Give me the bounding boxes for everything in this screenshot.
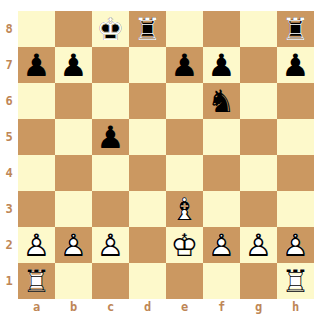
board: ♚♔♜♖♜♖♟♟♟♟♟♞♟♝♗♟♙♟♙♟♙♚♔♟♙♟♙♟♙♜♖♜♖ <box>18 11 314 299</box>
white-pawn-c2[interactable]: ♟♙ <box>92 227 129 263</box>
black-pawn-c5[interactable]: ♟ <box>92 119 129 155</box>
square-h4[interactable] <box>277 155 314 191</box>
black-pawn-h7[interactable]: ♟ <box>277 47 314 83</box>
black-pawn-glyph: ♟ <box>277 47 314 83</box>
square-h3[interactable] <box>277 191 314 227</box>
white-pawn-outline: ♙ <box>203 227 240 263</box>
square-d6[interactable] <box>129 83 166 119</box>
white-pawn-outline: ♙ <box>18 227 55 263</box>
white-king-outline: ♔ <box>166 227 203 263</box>
file-labels: abcdefgh <box>18 298 314 316</box>
black-pawn-f7[interactable]: ♟ <box>203 47 240 83</box>
black-pawn-a7[interactable]: ♟ <box>18 47 55 83</box>
white-pawn-outline: ♙ <box>240 227 277 263</box>
square-c7[interactable] <box>92 47 129 83</box>
black-knight-glyph: ♞ <box>203 83 240 119</box>
file-label-g: g <box>240 298 277 316</box>
file-label-h: h <box>277 298 314 316</box>
square-c4[interactable] <box>92 155 129 191</box>
square-d5[interactable] <box>129 119 166 155</box>
rank-label-7: 7 <box>0 47 18 83</box>
black-pawn-e7[interactable]: ♟ <box>166 47 203 83</box>
square-b2[interactable]: ♟♙ <box>55 227 92 263</box>
square-b4[interactable] <box>55 155 92 191</box>
black-king-outline: ♔ <box>92 11 129 47</box>
square-b6[interactable] <box>55 83 92 119</box>
square-e7[interactable]: ♟ <box>166 47 203 83</box>
rank-label-8: 8 <box>0 11 18 47</box>
white-pawn-g2[interactable]: ♟♙ <box>240 227 277 263</box>
rank-labels: 87654321 <box>0 11 18 299</box>
square-e1[interactable] <box>166 263 203 299</box>
square-e8[interactable] <box>166 11 203 47</box>
square-d4[interactable] <box>129 155 166 191</box>
square-f6[interactable]: ♞ <box>203 83 240 119</box>
black-pawn-glyph: ♟ <box>18 47 55 83</box>
square-g6[interactable] <box>240 83 277 119</box>
rank-label-6: 6 <box>0 83 18 119</box>
square-c6[interactable] <box>92 83 129 119</box>
black-rook-d8[interactable]: ♜♖ <box>129 11 166 47</box>
square-c1[interactable] <box>92 263 129 299</box>
rank-label-4: 4 <box>0 155 18 191</box>
square-h5[interactable] <box>277 119 314 155</box>
square-g2[interactable]: ♟♙ <box>240 227 277 263</box>
square-d8[interactable]: ♜♖ <box>129 11 166 47</box>
square-h2[interactable]: ♟♙ <box>277 227 314 263</box>
square-a4[interactable] <box>18 155 55 191</box>
square-f4[interactable] <box>203 155 240 191</box>
file-label-c: c <box>92 298 129 316</box>
square-f5[interactable] <box>203 119 240 155</box>
file-label-f: f <box>203 298 240 316</box>
square-a7[interactable]: ♟ <box>18 47 55 83</box>
black-pawn-glyph: ♟ <box>55 47 92 83</box>
white-bishop-e3[interactable]: ♝♗ <box>166 191 203 227</box>
square-g3[interactable] <box>240 191 277 227</box>
square-e2[interactable]: ♚♔ <box>166 227 203 263</box>
square-f1[interactable] <box>203 263 240 299</box>
square-a1[interactable]: ♜♖ <box>18 263 55 299</box>
square-c2[interactable]: ♟♙ <box>92 227 129 263</box>
square-a2[interactable]: ♟♙ <box>18 227 55 263</box>
square-e4[interactable] <box>166 155 203 191</box>
file-label-d: d <box>129 298 166 316</box>
white-rook-a1[interactable]: ♜♖ <box>18 263 55 299</box>
square-h7[interactable]: ♟ <box>277 47 314 83</box>
square-a5[interactable] <box>18 119 55 155</box>
white-pawn-outline: ♙ <box>92 227 129 263</box>
square-g4[interactable] <box>240 155 277 191</box>
rank-label-2: 2 <box>0 227 18 263</box>
white-pawn-a2[interactable]: ♟♙ <box>18 227 55 263</box>
white-pawn-h2[interactable]: ♟♙ <box>277 227 314 263</box>
white-pawn-b2[interactable]: ♟♙ <box>55 227 92 263</box>
square-h6[interactable] <box>277 83 314 119</box>
black-rook-outline: ♖ <box>129 11 166 47</box>
square-b3[interactable] <box>55 191 92 227</box>
square-d1[interactable] <box>129 263 166 299</box>
square-b8[interactable] <box>55 11 92 47</box>
square-f2[interactable]: ♟♙ <box>203 227 240 263</box>
black-pawn-glyph: ♟ <box>166 47 203 83</box>
square-f7[interactable]: ♟ <box>203 47 240 83</box>
white-pawn-outline: ♙ <box>55 227 92 263</box>
black-pawn-b7[interactable]: ♟ <box>55 47 92 83</box>
square-h8[interactable]: ♜♖ <box>277 11 314 47</box>
square-b1[interactable] <box>55 263 92 299</box>
square-e5[interactable] <box>166 119 203 155</box>
white-rook-h1[interactable]: ♜♖ <box>277 263 314 299</box>
square-g5[interactable] <box>240 119 277 155</box>
square-g8[interactable] <box>240 11 277 47</box>
file-label-b: b <box>55 298 92 316</box>
white-bishop-outline: ♗ <box>166 191 203 227</box>
black-knight-f6[interactable]: ♞ <box>203 83 240 119</box>
square-d7[interactable] <box>129 47 166 83</box>
square-a6[interactable] <box>18 83 55 119</box>
file-label-a: a <box>18 298 55 316</box>
square-b7[interactable]: ♟ <box>55 47 92 83</box>
white-rook-outline: ♖ <box>18 263 55 299</box>
square-d2[interactable] <box>129 227 166 263</box>
square-g7[interactable] <box>240 47 277 83</box>
white-pawn-outline: ♙ <box>277 227 314 263</box>
square-c5[interactable]: ♟ <box>92 119 129 155</box>
square-d3[interactable] <box>129 191 166 227</box>
square-c8[interactable]: ♚♔ <box>92 11 129 47</box>
rank-label-5: 5 <box>0 119 18 155</box>
white-king-e2[interactable]: ♚♔ <box>166 227 203 263</box>
square-g1[interactable] <box>240 263 277 299</box>
black-rook-outline: ♖ <box>277 11 314 47</box>
square-e3[interactable]: ♝♗ <box>166 191 203 227</box>
white-rook-outline: ♖ <box>277 263 314 299</box>
rank-label-3: 3 <box>0 191 18 227</box>
black-pawn-glyph: ♟ <box>203 47 240 83</box>
black-king-c8[interactable]: ♚♔ <box>92 11 129 47</box>
black-pawn-glyph: ♟ <box>92 119 129 155</box>
square-b5[interactable] <box>55 119 92 155</box>
chess-board-diagram: 87654321 ♚♔♜♖♜♖♟♟♟♟♟♞♟♝♗♟♙♟♙♟♙♚♔♟♙♟♙♟♙♜♖… <box>0 0 320 320</box>
file-label-e: e <box>166 298 203 316</box>
square-f8[interactable] <box>203 11 240 47</box>
square-f3[interactable] <box>203 191 240 227</box>
rank-label-1: 1 <box>0 263 18 299</box>
square-a8[interactable] <box>18 11 55 47</box>
square-c3[interactable] <box>92 191 129 227</box>
square-e6[interactable] <box>166 83 203 119</box>
square-h1[interactable]: ♜♖ <box>277 263 314 299</box>
black-rook-h8[interactable]: ♜♖ <box>277 11 314 47</box>
white-pawn-f2[interactable]: ♟♙ <box>203 227 240 263</box>
square-a3[interactable] <box>18 191 55 227</box>
